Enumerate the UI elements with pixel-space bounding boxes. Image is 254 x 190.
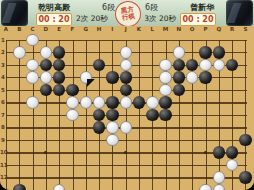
white-stone bbox=[26, 59, 38, 71]
black-stone bbox=[66, 84, 78, 96]
white-stone bbox=[80, 96, 92, 108]
avatar-sheen bbox=[1, 3, 16, 23]
white-stone bbox=[159, 84, 171, 96]
left-player-rank: 6段 bbox=[102, 2, 115, 13]
column-label: C bbox=[28, 26, 38, 32]
white-stone bbox=[213, 171, 225, 183]
black-stone bbox=[120, 84, 132, 96]
player-info-bar: 乾明高殿 6段 6段 曾新华 00 : 20 2次 20秒 3次 20秒 00 … bbox=[0, 0, 254, 27]
black-stone bbox=[53, 46, 65, 58]
column-label: I bbox=[107, 26, 117, 32]
right-player-avatar[interactable] bbox=[226, 0, 253, 26]
white-stone bbox=[120, 96, 132, 108]
black-stone bbox=[159, 109, 171, 121]
white-stone bbox=[159, 59, 171, 71]
column-label: P bbox=[201, 26, 211, 32]
white-stone bbox=[40, 71, 52, 83]
column-label: A bbox=[1, 26, 11, 32]
column-label: E bbox=[54, 26, 64, 32]
black-stone bbox=[239, 134, 251, 146]
placement-cursor-icon bbox=[87, 79, 95, 87]
black-stone bbox=[106, 109, 118, 121]
row-label: 6 bbox=[0, 99, 6, 105]
white-stone bbox=[199, 184, 211, 190]
black-stone bbox=[213, 146, 225, 158]
black-stone bbox=[93, 121, 105, 133]
white-stone bbox=[66, 109, 78, 121]
white-stone bbox=[213, 184, 225, 190]
right-player-rank: 6段 bbox=[145, 2, 158, 13]
seal-line-2: 行棋 bbox=[122, 13, 136, 22]
column-label: Q bbox=[214, 26, 224, 32]
white-stone bbox=[146, 96, 158, 108]
column-label: H bbox=[94, 26, 104, 32]
white-stone bbox=[26, 96, 38, 108]
row-label: 1 bbox=[0, 37, 6, 43]
white-stone bbox=[26, 34, 38, 46]
right-player-name: 曾新华 bbox=[190, 2, 214, 13]
row-label: 4 bbox=[0, 74, 6, 80]
white-stone bbox=[66, 96, 78, 108]
row-label: 7 bbox=[0, 112, 6, 118]
row-label: 8 bbox=[0, 124, 6, 130]
left-player-byoyomi: 2次 20秒 bbox=[76, 14, 108, 24]
row-label: 10 bbox=[0, 149, 6, 155]
column-label: L bbox=[147, 26, 157, 32]
white-stone bbox=[120, 46, 132, 58]
go-app-screen: 乾明高殿 6段 6段 曾新华 00 : 20 2次 20秒 3次 20秒 00 … bbox=[0, 0, 254, 190]
black-stone bbox=[106, 71, 118, 83]
row-label: 2 bbox=[0, 49, 6, 55]
column-label: F bbox=[68, 26, 78, 32]
black-stone bbox=[199, 71, 211, 83]
white-stone bbox=[120, 121, 132, 133]
white-stone bbox=[40, 46, 52, 58]
star-point bbox=[204, 151, 207, 154]
white-stone bbox=[173, 46, 185, 58]
white-stone bbox=[106, 134, 118, 146]
white-stone bbox=[106, 121, 118, 133]
right-player-byoyomi: 3次 20秒 bbox=[144, 14, 176, 24]
black-stone bbox=[146, 109, 158, 121]
black-stone bbox=[226, 146, 238, 158]
left-player-avatar[interactable] bbox=[1, 0, 28, 26]
row-label: 9 bbox=[0, 137, 6, 143]
column-label: S bbox=[240, 26, 250, 32]
black-stone bbox=[13, 184, 25, 190]
white-stone bbox=[93, 96, 105, 108]
black-stone bbox=[213, 46, 225, 58]
black-stone bbox=[159, 96, 171, 108]
row-label: 12 bbox=[0, 174, 6, 180]
column-label: D bbox=[41, 26, 51, 32]
column-label: G bbox=[81, 26, 91, 32]
white-stone bbox=[26, 71, 38, 83]
row-label: 11 bbox=[0, 162, 6, 168]
white-stone bbox=[186, 71, 198, 83]
row-label: 3 bbox=[0, 62, 6, 68]
white-stone bbox=[199, 59, 211, 71]
column-label: B bbox=[14, 26, 24, 32]
black-stone bbox=[239, 171, 251, 183]
column-label: M bbox=[161, 26, 171, 32]
column-label: R bbox=[227, 26, 237, 32]
white-stone bbox=[120, 59, 132, 71]
white-stone bbox=[13, 46, 25, 58]
left-player-name: 乾明高殿 bbox=[38, 2, 70, 13]
column-label: J bbox=[121, 26, 131, 32]
column-label: K bbox=[134, 26, 144, 32]
avatar-sheen bbox=[226, 3, 241, 23]
go-board[interactable]: ABCDEFGHIJKLMNOPQRS123456789101112 bbox=[0, 26, 254, 190]
black-stone bbox=[120, 71, 132, 83]
black-stone bbox=[173, 71, 185, 83]
black-stone bbox=[199, 46, 211, 58]
white-stone bbox=[159, 71, 171, 83]
black-stone bbox=[133, 96, 145, 108]
black-stone bbox=[106, 96, 118, 108]
column-label: N bbox=[174, 26, 184, 32]
black-stone bbox=[53, 71, 65, 83]
left-player-clock: 00 : 20 bbox=[36, 13, 72, 26]
column-label: O bbox=[187, 26, 197, 32]
right-player-clock: 00 : 20 bbox=[180, 13, 216, 26]
row-label: 5 bbox=[0, 87, 6, 93]
